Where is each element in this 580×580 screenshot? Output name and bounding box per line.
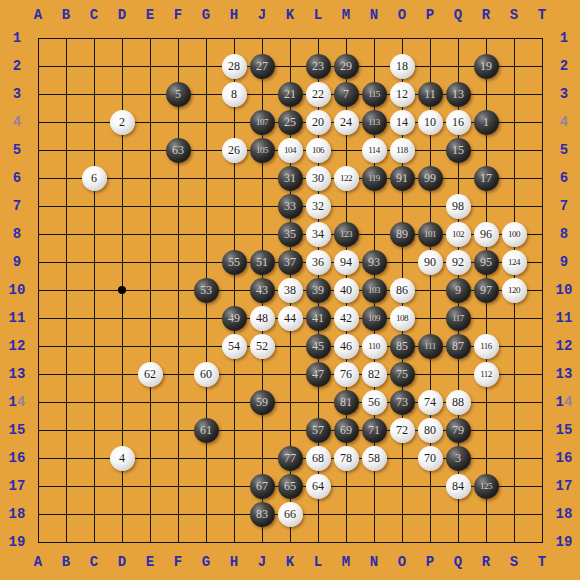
stone-move-number: 80	[424, 424, 436, 436]
black-stone-j10: 43	[250, 278, 275, 303]
board-cell	[360, 192, 388, 220]
white-stone-m6: 122	[334, 166, 359, 191]
board-cell	[444, 360, 472, 388]
board-cell: 54	[220, 332, 248, 360]
board-cell: 28	[220, 52, 248, 80]
white-stone-l8: 34	[306, 222, 331, 247]
board-cell: 117	[444, 304, 472, 332]
board-cell	[24, 332, 52, 360]
column-label: Q	[444, 4, 472, 26]
board-cell	[136, 416, 164, 444]
board-cell	[472, 192, 500, 220]
board-cell	[528, 52, 556, 80]
stone-move-number: 96	[480, 228, 492, 240]
white-stone-p9: 90	[418, 250, 443, 275]
white-stone-k10: 38	[278, 278, 303, 303]
board-cell	[136, 500, 164, 528]
board-cell	[528, 360, 556, 388]
stone-move-number: 21	[284, 88, 296, 100]
board-cell	[360, 472, 388, 500]
board-cell	[80, 220, 108, 248]
board-cell: 118	[388, 136, 416, 164]
white-stone-l9: 36	[306, 250, 331, 275]
board-cell: 11	[416, 80, 444, 108]
black-stone-j5: 105	[250, 138, 275, 163]
white-stone-l5: 106	[306, 138, 331, 163]
stone-move-number: 57	[312, 424, 324, 436]
black-stone-q5: 15	[446, 138, 471, 163]
column-label: H	[220, 4, 248, 26]
board-cell	[192, 444, 220, 472]
board-cell: 88	[444, 388, 472, 416]
stone-move-number: 60	[200, 368, 212, 380]
stone-move-number: 56	[368, 396, 380, 408]
board-cell	[80, 444, 108, 472]
board-cell: 8	[220, 80, 248, 108]
stone-move-number: 30	[312, 172, 324, 184]
board-cell	[108, 472, 136, 500]
board-cell: 23	[304, 52, 332, 80]
stone-move-number: 47	[312, 368, 324, 380]
board-cell: 78	[332, 444, 360, 472]
column-label: B	[52, 4, 80, 26]
board-cell	[304, 24, 332, 52]
white-stone-s10: 120	[502, 278, 527, 303]
board-cell: 18	[388, 52, 416, 80]
black-stone-n9: 93	[362, 250, 387, 275]
stone-move-number: 73	[396, 396, 408, 408]
black-stone-o13: 75	[390, 362, 415, 387]
board-cell	[136, 24, 164, 52]
white-stone-k11: 44	[278, 306, 303, 331]
black-stone-p8: 101	[418, 222, 443, 247]
board-cell	[360, 528, 388, 556]
board-cell	[388, 192, 416, 220]
board-cell	[332, 472, 360, 500]
stone-move-number: 102	[452, 230, 464, 239]
board-cell	[136, 528, 164, 556]
board-cell	[108, 332, 136, 360]
stone-move-number: 87	[452, 340, 464, 352]
board-cell	[164, 444, 192, 472]
stone-move-number: 4	[119, 452, 125, 464]
board-cell	[24, 528, 52, 556]
white-stone-j11: 48	[250, 306, 275, 331]
board-cell: 93	[360, 248, 388, 276]
board-cell: 4	[108, 444, 136, 472]
board-cell: 51	[248, 248, 276, 276]
black-stone-q10: 9	[446, 278, 471, 303]
black-stone-q11: 117	[446, 306, 471, 331]
stone-move-number: 2	[119, 116, 125, 128]
board-cell: 40	[332, 276, 360, 304]
stone-move-number: 75	[396, 368, 408, 380]
board-cell	[276, 24, 304, 52]
board-cell	[80, 416, 108, 444]
board-cell	[52, 416, 80, 444]
board-cell	[24, 360, 52, 388]
black-stone-h11: 49	[222, 306, 247, 331]
board-cell	[192, 136, 220, 164]
board-cell: 16	[444, 108, 472, 136]
board-cell	[24, 192, 52, 220]
column-label: T	[528, 4, 556, 26]
board-cell: 1	[472, 108, 500, 136]
board-cell	[52, 332, 80, 360]
board-cell	[80, 388, 108, 416]
stone-move-number: 82	[368, 368, 380, 380]
board-cell	[500, 136, 528, 164]
board-cell	[52, 24, 80, 52]
black-stone-r9: 95	[474, 250, 499, 275]
column-label: R	[472, 4, 500, 26]
board-cell	[500, 528, 528, 556]
stone-move-number: 105	[256, 146, 268, 155]
stone-move-number: 98	[452, 200, 464, 212]
stone-move-number: 86	[396, 284, 408, 296]
board-cell	[388, 500, 416, 528]
white-stone-q17: 84	[446, 474, 471, 499]
white-stone-l4: 20	[306, 110, 331, 135]
stone-move-number: 71	[368, 424, 380, 436]
board-cell	[276, 388, 304, 416]
board-cell	[136, 388, 164, 416]
board-cell	[52, 304, 80, 332]
board-cell	[276, 528, 304, 556]
board-cell: 47	[304, 360, 332, 388]
board-cell: 84	[444, 472, 472, 500]
board-cell	[472, 444, 500, 472]
board-cell	[108, 80, 136, 108]
stone-move-number: 18	[396, 60, 408, 72]
white-stone-q7: 98	[446, 194, 471, 219]
board-cell	[500, 304, 528, 332]
board-cell	[220, 108, 248, 136]
board-cell	[528, 388, 556, 416]
board-cell: 53	[192, 276, 220, 304]
board-cell	[332, 528, 360, 556]
board-cell	[136, 52, 164, 80]
board-cell: 75	[388, 360, 416, 388]
board-cell: 97	[472, 276, 500, 304]
board-cell	[24, 108, 52, 136]
stone-move-number: 52	[256, 340, 268, 352]
board-cell	[80, 108, 108, 136]
board-cell	[80, 52, 108, 80]
stone-move-number: 72	[396, 424, 408, 436]
stone-move-number: 112	[480, 370, 492, 379]
stone-move-number: 26	[228, 144, 240, 156]
white-stone-n16: 58	[362, 446, 387, 471]
board-cell: 92	[444, 248, 472, 276]
column-label: E	[136, 4, 164, 26]
stone-move-number: 125	[480, 482, 492, 491]
black-stone-g15: 61	[194, 418, 219, 443]
board-cell	[108, 360, 136, 388]
board-cell	[164, 332, 192, 360]
board-cell: 113	[360, 108, 388, 136]
stone-move-number: 10	[424, 116, 436, 128]
board-cell: 63	[164, 136, 192, 164]
stone-move-number: 83	[256, 508, 268, 520]
black-stone-j18: 83	[250, 502, 275, 527]
board-cell	[52, 136, 80, 164]
board-cell	[164, 24, 192, 52]
stone-move-number: 31	[284, 172, 296, 184]
white-stone-o5: 118	[390, 138, 415, 163]
board-cell: 112	[472, 360, 500, 388]
board-cell	[24, 24, 52, 52]
black-stone-j14: 59	[250, 390, 275, 415]
board-cell: 31	[276, 164, 304, 192]
board-cell	[52, 472, 80, 500]
stone-move-number: 124	[508, 258, 520, 267]
white-stone-m4: 24	[334, 110, 359, 135]
white-stone-h2: 28	[222, 54, 247, 79]
board-cell	[52, 192, 80, 220]
board-cell	[220, 192, 248, 220]
board-cell: 48	[248, 304, 276, 332]
stone-move-number: 24	[340, 116, 352, 128]
board-cell: 102	[444, 220, 472, 248]
white-stone-l3: 22	[306, 82, 331, 107]
board-cell	[528, 220, 556, 248]
board-cell	[52, 360, 80, 388]
board-cell	[108, 304, 136, 332]
board-cell	[136, 220, 164, 248]
board-cell	[52, 108, 80, 136]
stone-move-number: 111	[424, 342, 435, 351]
board-cell	[500, 332, 528, 360]
board-cell: 76	[332, 360, 360, 388]
stone-move-number: 92	[452, 256, 464, 268]
black-stone-p6: 99	[418, 166, 443, 191]
white-stone-k5: 104	[278, 138, 303, 163]
board-cell: 70	[416, 444, 444, 472]
board-cell	[136, 108, 164, 136]
board-cell: 103	[360, 276, 388, 304]
black-stone-k6: 31	[278, 166, 303, 191]
board-cell	[388, 248, 416, 276]
board-cell: 9	[444, 276, 472, 304]
board-cell: 123	[332, 220, 360, 248]
column-label: A	[24, 4, 52, 26]
go-board: ABCDEFGHJKLMNOPQRST ABCDEFGHJKLMNOPQRST …	[0, 0, 580, 580]
black-stone-r10: 97	[474, 278, 499, 303]
board-cell: 104	[276, 136, 304, 164]
stone-move-number: 19	[480, 60, 492, 72]
board-cell	[108, 500, 136, 528]
stone-move-number: 90	[424, 256, 436, 268]
white-stone-l17: 64	[306, 474, 331, 499]
board-cell	[136, 248, 164, 276]
board-cell: 90	[416, 248, 444, 276]
white-stone-r8: 96	[474, 222, 499, 247]
board-cell	[24, 220, 52, 248]
white-stone-m11: 42	[334, 306, 359, 331]
black-stone-g10: 53	[194, 278, 219, 303]
column-label: C	[80, 4, 108, 26]
board-cell	[136, 472, 164, 500]
black-stone-k17: 65	[278, 474, 303, 499]
column-label: K	[276, 4, 304, 26]
board-cell	[80, 360, 108, 388]
board-cell	[80, 248, 108, 276]
stone-move-number: 93	[368, 256, 380, 268]
board-cell	[248, 220, 276, 248]
board-cell	[136, 192, 164, 220]
board-cell	[24, 416, 52, 444]
black-stone-k4: 25	[278, 110, 303, 135]
stone-move-number: 67	[256, 480, 268, 492]
stone-move-number: 49	[228, 312, 240, 324]
white-stone-s9: 124	[502, 250, 527, 275]
board-cell	[192, 304, 220, 332]
board-cell	[192, 388, 220, 416]
stone-move-number: 101	[424, 230, 436, 239]
board-cell	[24, 164, 52, 192]
board-cell: 25	[276, 108, 304, 136]
board-cell	[52, 248, 80, 276]
board-cell	[52, 80, 80, 108]
black-stone-j4: 107	[250, 110, 275, 135]
stone-move-number: 113	[368, 118, 380, 127]
board-cell	[164, 304, 192, 332]
board-cell	[332, 500, 360, 528]
board-cell	[248, 192, 276, 220]
board-cell	[108, 248, 136, 276]
board-cell	[528, 276, 556, 304]
board-cell	[500, 80, 528, 108]
board-cell	[192, 220, 220, 248]
stone-move-number: 85	[396, 340, 408, 352]
board-cell	[248, 360, 276, 388]
board-cell	[304, 528, 332, 556]
stone-move-number: 42	[340, 312, 352, 324]
board-cell: 60	[192, 360, 220, 388]
black-stone-m2: 29	[334, 54, 359, 79]
white-stone-n13: 82	[362, 362, 387, 387]
board-cell: 79	[444, 416, 472, 444]
stone-move-number: 116	[480, 342, 492, 351]
board-cell	[248, 24, 276, 52]
board-cell	[164, 360, 192, 388]
board-cell	[52, 500, 80, 528]
black-stone-m8: 123	[334, 222, 359, 247]
stone-move-number: 45	[312, 340, 324, 352]
board-cell: 83	[248, 500, 276, 528]
board-cell: 10	[416, 108, 444, 136]
board-cell: 35	[276, 220, 304, 248]
stone-move-number: 68	[312, 452, 324, 464]
white-stone-r12: 116	[474, 334, 499, 359]
black-stone-k8: 35	[278, 222, 303, 247]
board-cell: 5	[164, 80, 192, 108]
board-cell	[220, 444, 248, 472]
board-cell	[416, 192, 444, 220]
board-cell	[24, 444, 52, 472]
board-cell	[80, 304, 108, 332]
board-cell	[24, 80, 52, 108]
stone-move-number: 63	[172, 144, 184, 156]
board-cell	[304, 500, 332, 528]
board-cell	[444, 52, 472, 80]
stone-move-number: 29	[340, 60, 352, 72]
white-stone-m16: 78	[334, 446, 359, 471]
board-cell: 77	[276, 444, 304, 472]
board-cell	[24, 388, 52, 416]
black-stone-k9: 37	[278, 250, 303, 275]
board-cell	[332, 192, 360, 220]
board-cell	[416, 360, 444, 388]
black-stone-n10: 103	[362, 278, 387, 303]
board-cell: 74	[416, 388, 444, 416]
board-cell: 21	[276, 80, 304, 108]
white-stone-p16: 70	[418, 446, 443, 471]
black-stone-f5: 63	[166, 138, 191, 163]
stone-move-number: 94	[340, 256, 352, 268]
white-stone-o3: 12	[390, 82, 415, 107]
board-cell	[416, 304, 444, 332]
stone-move-number: 77	[284, 452, 296, 464]
board-cell	[528, 136, 556, 164]
board-cell	[360, 500, 388, 528]
board-cell	[500, 192, 528, 220]
board-cell	[528, 80, 556, 108]
column-label: G	[192, 4, 220, 26]
stone-move-number: 32	[312, 200, 324, 212]
board-cell: 32	[304, 192, 332, 220]
stone-move-number: 107	[256, 118, 268, 127]
board-cell	[108, 528, 136, 556]
stone-move-number: 81	[340, 396, 352, 408]
board-cell: 106	[304, 136, 332, 164]
black-stone-r6: 17	[474, 166, 499, 191]
board-cell	[136, 304, 164, 332]
board-cell	[472, 388, 500, 416]
black-stone-q16: 3	[446, 446, 471, 471]
board-cell	[500, 500, 528, 528]
board-cell	[528, 472, 556, 500]
stone-move-number: 109	[368, 314, 380, 323]
board-cell	[136, 164, 164, 192]
board-cell: 124	[500, 248, 528, 276]
board-cell	[416, 136, 444, 164]
board-cell	[500, 360, 528, 388]
stone-move-number: 78	[340, 452, 352, 464]
board-cell	[444, 500, 472, 528]
black-stone-m3: 7	[334, 82, 359, 107]
board-cell: 38	[276, 276, 304, 304]
board-cell	[500, 164, 528, 192]
board-cell	[248, 80, 276, 108]
stone-move-number: 114	[368, 146, 380, 155]
board-cell	[136, 136, 164, 164]
stone-move-number: 108	[396, 314, 408, 323]
board-cell: 114	[360, 136, 388, 164]
black-stone-j9: 51	[250, 250, 275, 275]
black-stone-n11: 109	[362, 306, 387, 331]
stone-move-number: 64	[312, 480, 324, 492]
board-cell: 98	[444, 192, 472, 220]
board-cell: 29	[332, 52, 360, 80]
column-label: P	[416, 4, 444, 26]
stone-move-number: 84	[452, 480, 464, 492]
board-cell	[500, 416, 528, 444]
board-cell: 72	[388, 416, 416, 444]
black-stone-f3: 5	[166, 82, 191, 107]
board-cell	[276, 360, 304, 388]
